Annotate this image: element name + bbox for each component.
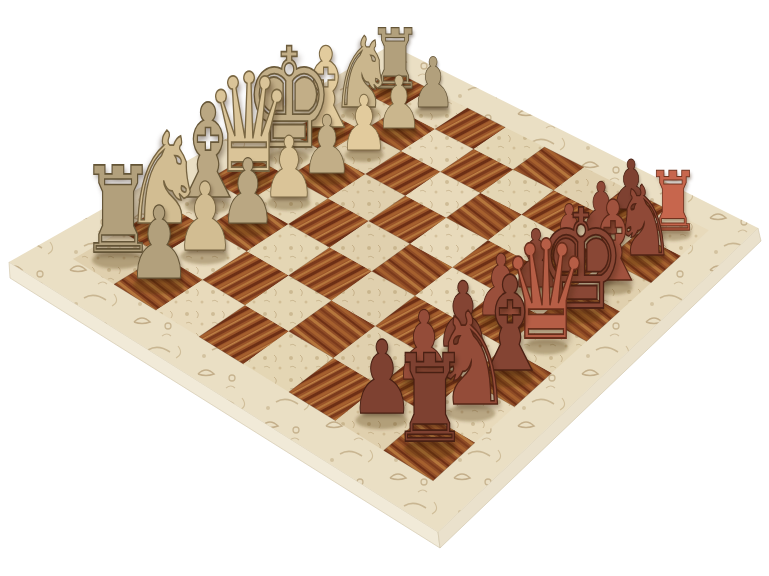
piece-shadow-d7: [267, 195, 310, 210]
piece-shadow-b2: [399, 377, 448, 394]
piece-shadow-a8: [92, 251, 143, 269]
piece-shadow-h2: [614, 207, 649, 219]
piece-shadow-c1: [487, 371, 533, 387]
piece-shadow-b1: [446, 405, 495, 422]
piece-shadow-h7: [415, 106, 450, 118]
piece-shadow-e2: [515, 285, 556, 299]
piece-shadow-h8: [378, 87, 414, 99]
piece-shadow-a1: [404, 440, 456, 458]
piece-shadow-d1: [524, 339, 567, 354]
piece-shadow-g7: [381, 126, 418, 139]
piece-shadow-g1: [626, 254, 663, 267]
piece-shadow-h1: [656, 229, 691, 241]
piece-shadow-a7: [133, 276, 184, 294]
piece-shadow-a2: [356, 411, 408, 429]
piece-shadow-b7: [180, 248, 228, 265]
piece-shadow-g2: [583, 232, 620, 245]
piece-shadow-e7: [307, 171, 348, 185]
piece-shadow-e8: [268, 150, 309, 164]
piece-shadow-c7: [225, 221, 271, 237]
piece-shadow-c8: [185, 198, 231, 214]
chess-board: [0, 0, 769, 576]
piece-shadow-f2: [550, 258, 589, 272]
piece-shadow-d8: [227, 173, 270, 188]
piece-shadow-d2: [479, 314, 522, 329]
piece-shadow-f7: [345, 148, 384, 162]
piece-shadow-e1: [560, 310, 601, 324]
chess-set-photo: ♜♞♝♛♚♝♞♜♟♟♟♟♟♟♟♟♟♟♟♟♟♟♟♟♜♞♝♛♚♝♞♜: [0, 0, 769, 576]
piece-shadow-g8: [343, 107, 380, 120]
piece-shadow-f1: [594, 281, 633, 295]
piece-shadow-b8: [140, 224, 188, 241]
piece-shadow-f8: [306, 128, 345, 142]
piece-shadow-c2: [440, 344, 486, 360]
